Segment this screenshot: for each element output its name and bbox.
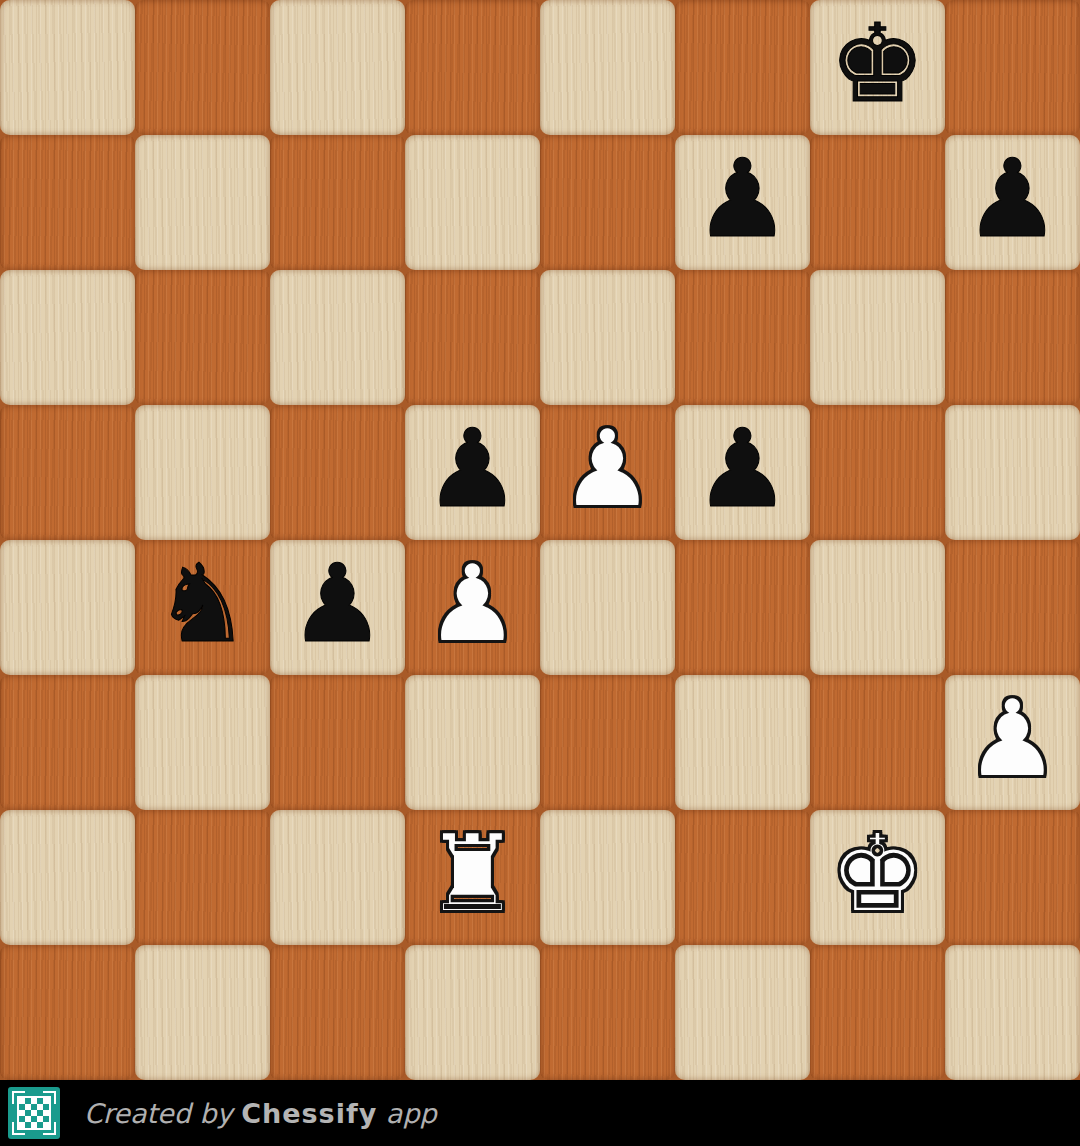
white-pawn[interactable]: ♟ — [964, 685, 1061, 793]
bracket-bottom-left-icon — [12, 1122, 25, 1135]
square-e1[interactable] — [540, 945, 675, 1080]
square-d8[interactable] — [405, 0, 540, 135]
square-f7[interactable]: ♟ — [675, 135, 810, 270]
square-b2[interactable] — [135, 810, 270, 945]
square-f3[interactable] — [675, 675, 810, 810]
footer-bar: Created by Chessify app — [0, 1080, 1080, 1146]
chessify-logo-icon — [8, 1087, 60, 1139]
square-b8[interactable] — [135, 0, 270, 135]
square-g3[interactable] — [810, 675, 945, 810]
square-g7[interactable] — [810, 135, 945, 270]
square-d1[interactable] — [405, 945, 540, 1080]
black-pawn[interactable]: ♟ — [964, 145, 1061, 253]
square-b6[interactable] — [135, 270, 270, 405]
square-b1[interactable] — [135, 945, 270, 1080]
white-rook[interactable]: ♜ — [424, 820, 521, 928]
square-e5[interactable]: ♟ — [540, 405, 675, 540]
square-a4[interactable] — [0, 540, 135, 675]
chess-board: ♚♟♟♟♟♟♞♟♟♟♜♚ — [0, 0, 1080, 1080]
square-a8[interactable] — [0, 0, 135, 135]
created-by-text: Created by — [84, 1098, 233, 1129]
square-g4[interactable] — [810, 540, 945, 675]
square-h4[interactable] — [945, 540, 1080, 675]
bracket-top-right-icon — [43, 1091, 56, 1104]
square-g6[interactable] — [810, 270, 945, 405]
square-g2[interactable]: ♚ — [810, 810, 945, 945]
square-b7[interactable] — [135, 135, 270, 270]
footer-credit: Created by Chessify app — [84, 1098, 437, 1129]
square-h1[interactable] — [945, 945, 1080, 1080]
square-e2[interactable] — [540, 810, 675, 945]
square-h5[interactable] — [945, 405, 1080, 540]
white-pawn[interactable]: ♟ — [559, 415, 656, 523]
square-c2[interactable] — [270, 810, 405, 945]
square-h7[interactable]: ♟ — [945, 135, 1080, 270]
square-f5[interactable]: ♟ — [675, 405, 810, 540]
square-f1[interactable] — [675, 945, 810, 1080]
square-c8[interactable] — [270, 0, 405, 135]
square-a3[interactable] — [0, 675, 135, 810]
square-e4[interactable] — [540, 540, 675, 675]
square-d6[interactable] — [405, 270, 540, 405]
square-b4[interactable]: ♞ — [135, 540, 270, 675]
square-g1[interactable] — [810, 945, 945, 1080]
square-b3[interactable] — [135, 675, 270, 810]
square-d7[interactable] — [405, 135, 540, 270]
square-d2[interactable]: ♜ — [405, 810, 540, 945]
square-e6[interactable] — [540, 270, 675, 405]
square-g5[interactable] — [810, 405, 945, 540]
square-g8[interactable]: ♚ — [810, 0, 945, 135]
square-h8[interactable] — [945, 0, 1080, 135]
square-c4[interactable]: ♟ — [270, 540, 405, 675]
black-pawn[interactable]: ♟ — [694, 415, 791, 523]
board-grid: ♚♟♟♟♟♟♞♟♟♟♜♚ — [0, 0, 1080, 1080]
square-e3[interactable] — [540, 675, 675, 810]
square-f8[interactable] — [675, 0, 810, 135]
square-h6[interactable] — [945, 270, 1080, 405]
square-f6[interactable] — [675, 270, 810, 405]
bracket-bottom-right-icon — [43, 1122, 56, 1135]
square-b5[interactable] — [135, 405, 270, 540]
bracket-top-left-icon — [12, 1091, 25, 1104]
square-f2[interactable] — [675, 810, 810, 945]
square-d5[interactable]: ♟ — [405, 405, 540, 540]
square-d3[interactable] — [405, 675, 540, 810]
square-e7[interactable] — [540, 135, 675, 270]
square-h2[interactable] — [945, 810, 1080, 945]
app-text: app — [386, 1098, 437, 1129]
square-a6[interactable] — [0, 270, 135, 405]
square-c7[interactable] — [270, 135, 405, 270]
black-king[interactable]: ♚ — [829, 10, 926, 118]
square-h3[interactable]: ♟ — [945, 675, 1080, 810]
square-c3[interactable] — [270, 675, 405, 810]
white-pawn[interactable]: ♟ — [424, 550, 521, 658]
black-knight[interactable]: ♞ — [154, 550, 251, 658]
black-pawn[interactable]: ♟ — [694, 145, 791, 253]
square-a5[interactable] — [0, 405, 135, 540]
white-king[interactable]: ♚ — [829, 820, 926, 928]
square-c6[interactable] — [270, 270, 405, 405]
square-c1[interactable] — [270, 945, 405, 1080]
square-a2[interactable] — [0, 810, 135, 945]
square-e8[interactable] — [540, 0, 675, 135]
square-f4[interactable] — [675, 540, 810, 675]
black-pawn[interactable]: ♟ — [424, 415, 521, 523]
square-d4[interactable]: ♟ — [405, 540, 540, 675]
square-a7[interactable] — [0, 135, 135, 270]
brand-name: Chessify — [241, 1098, 377, 1129]
square-c5[interactable] — [270, 405, 405, 540]
black-pawn[interactable]: ♟ — [289, 550, 386, 658]
square-a1[interactable] — [0, 945, 135, 1080]
